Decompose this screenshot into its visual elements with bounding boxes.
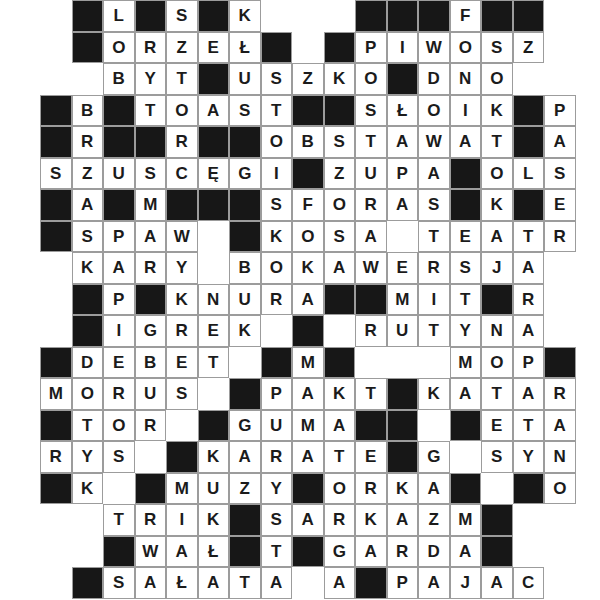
grid-letter-cell[interactable]: A	[198, 95, 230, 127]
grid-block-cell	[513, 126, 545, 158]
grid-letter-cell[interactable]: S	[450, 252, 482, 284]
grid-letter-cell[interactable]: N	[450, 63, 482, 95]
grid-void	[229, 347, 261, 379]
grid-letter-cell[interactable]: M	[40, 378, 72, 410]
grid-letter-cell[interactable]: Y	[513, 441, 545, 473]
grid-letter-cell[interactable]: K	[198, 504, 230, 536]
grid-letter-cell[interactable]: O	[544, 473, 576, 505]
grid-letter-cell[interactable]: U	[198, 473, 230, 505]
grid-letter-cell[interactable]: A	[292, 284, 324, 316]
grid-letter-cell[interactable]: A	[544, 126, 576, 158]
grid-block-cell	[229, 504, 261, 536]
grid-letter-cell[interactable]: J	[450, 567, 482, 599]
grid-letter-cell[interactable]: W	[418, 32, 450, 64]
grid-block-cell	[387, 378, 419, 410]
grid-letter-cell[interactable]: A	[292, 378, 324, 410]
grid-letter-cell[interactable]: P	[103, 221, 135, 253]
grid-letter-cell[interactable]: R	[72, 126, 104, 158]
grid-void	[544, 284, 576, 316]
grid-letter-cell[interactable]: S	[481, 32, 513, 64]
grid-letter-cell[interactable]: O	[355, 63, 387, 95]
grid-block-cell	[292, 158, 324, 190]
grid-letter-cell[interactable]: M	[292, 347, 324, 379]
grid-letter-cell[interactable]: G	[324, 536, 356, 568]
grid-void	[198, 221, 230, 253]
grid-letter-cell[interactable]: T	[481, 378, 513, 410]
grid-letter-cell[interactable]: S	[481, 441, 513, 473]
grid-void	[198, 252, 230, 284]
grid-letter-cell[interactable]: K	[229, 315, 261, 347]
grid-letter-cell[interactable]: E	[198, 315, 230, 347]
grid-void	[40, 252, 72, 284]
grid-void	[544, 32, 576, 64]
grid-letter-cell[interactable]: O	[481, 347, 513, 379]
grid-letter-cell[interactable]: D	[418, 63, 450, 95]
grid-letter-cell[interactable]: U	[355, 158, 387, 190]
grid-letter-cell[interactable]: B	[103, 63, 135, 95]
grid-letter-cell[interactable]: E	[387, 252, 419, 284]
grid-letter-cell[interactable]: Z	[418, 504, 450, 536]
grid-block-cell	[72, 0, 104, 32]
page: LSKFORZEŁPIWOSZBYTUSZKODNOBTOASTSŁOIKPRR…	[0, 0, 600, 600]
grid-block-cell	[324, 95, 356, 127]
grid-block-cell	[387, 410, 419, 442]
grid-letter-cell[interactable]: K	[324, 378, 356, 410]
grid-void	[292, 0, 324, 32]
grid-letter-cell[interactable]: Z	[513, 32, 545, 64]
grid-letter-cell[interactable]: T	[418, 315, 450, 347]
grid-letter-cell[interactable]: E	[450, 221, 482, 253]
grid-letter-cell[interactable]: Z	[292, 63, 324, 95]
grid-letter-cell[interactable]: F	[292, 189, 324, 221]
grid-block-cell	[513, 473, 545, 505]
grid-void	[387, 221, 419, 253]
grid-letter-cell[interactable]: I	[166, 504, 198, 536]
grid-letter-cell[interactable]: Z	[229, 473, 261, 505]
grid-block-cell	[450, 158, 482, 190]
grid-letter-cell[interactable]: T	[513, 221, 545, 253]
grid-void	[544, 504, 576, 536]
grid-letter-cell[interactable]: R	[103, 378, 135, 410]
grid-letter-cell[interactable]: E	[103, 347, 135, 379]
grid-letter-cell[interactable]: K	[229, 0, 261, 32]
grid-void	[324, 315, 356, 347]
grid-void	[40, 315, 72, 347]
grid-void	[355, 347, 387, 379]
grid-letter-cell[interactable]: O	[72, 378, 104, 410]
grid-letter-cell[interactable]: K	[198, 441, 230, 473]
grid-letter-cell[interactable]: M	[450, 504, 482, 536]
grid-letter-cell[interactable]: A	[450, 536, 482, 568]
grid-block-cell	[355, 0, 387, 32]
grid-letter-cell[interactable]: U	[387, 315, 419, 347]
grid-letter-cell[interactable]: A	[450, 378, 482, 410]
grid-void	[166, 410, 198, 442]
grid-void	[513, 63, 545, 95]
grid-void	[544, 315, 576, 347]
grid-letter-cell[interactable]: R	[135, 410, 167, 442]
grid-block-cell	[40, 473, 72, 505]
grid-void	[292, 32, 324, 64]
grid-letter-cell[interactable]: A	[355, 536, 387, 568]
grid-void	[450, 441, 482, 473]
grid-letter-cell[interactable]: O	[481, 63, 513, 95]
grid-letter-cell[interactable]: K	[387, 473, 419, 505]
grid-letter-cell[interactable]: A	[324, 567, 356, 599]
grid-letter-cell[interactable]: O	[450, 32, 482, 64]
grid-block-cell	[40, 410, 72, 442]
grid-letter-cell[interactable]: W	[418, 126, 450, 158]
grid-block-cell	[103, 95, 135, 127]
grid-letter-cell[interactable]: P	[513, 347, 545, 379]
grid-block-cell	[135, 126, 167, 158]
grid-block-cell	[72, 32, 104, 64]
grid-letter-cell[interactable]: U	[103, 158, 135, 190]
grid-letter-cell[interactable]: W	[166, 221, 198, 253]
grid-letter-cell[interactable]: N	[198, 284, 230, 316]
grid-letter-cell[interactable]: G	[229, 410, 261, 442]
grid-letter-cell[interactable]: S	[166, 0, 198, 32]
grid-block-cell	[198, 189, 230, 221]
grid-letter-cell[interactable]: K	[72, 473, 104, 505]
grid-letter-cell[interactable]: W	[355, 252, 387, 284]
grid-block-cell	[481, 0, 513, 32]
grid-letter-cell[interactable]: Y	[166, 252, 198, 284]
grid-block-cell	[103, 126, 135, 158]
grid-letter-cell[interactable]: E	[481, 410, 513, 442]
grid-letter-cell[interactable]: A	[418, 567, 450, 599]
grid-block-cell	[324, 284, 356, 316]
grid-letter-cell[interactable]: I	[450, 95, 482, 127]
grid-void	[481, 473, 513, 505]
grid-letter-cell[interactable]: T	[229, 567, 261, 599]
grid-letter-cell[interactable]: S	[324, 126, 356, 158]
grid-letter-cell[interactable]: S	[418, 189, 450, 221]
grid-block-cell	[450, 410, 482, 442]
grid-letter-cell[interactable]: A	[135, 567, 167, 599]
grid-void	[544, 536, 576, 568]
grid-letter-cell[interactable]: A	[72, 189, 104, 221]
grid-letter-cell[interactable]: W	[135, 536, 167, 568]
grid-letter-cell[interactable]: L	[513, 158, 545, 190]
grid-letter-cell[interactable]: O	[103, 32, 135, 64]
grid-letter-cell[interactable]: U	[229, 284, 261, 316]
grid-letter-cell[interactable]: K	[481, 189, 513, 221]
grid-void	[418, 410, 450, 442]
grid-void	[544, 63, 576, 95]
grid-letter-cell[interactable]: K	[324, 63, 356, 95]
grid-letter-cell[interactable]: E	[198, 32, 230, 64]
grid-void	[72, 536, 104, 568]
grid-void	[103, 473, 135, 505]
grid-letter-cell[interactable]: P	[261, 378, 293, 410]
grid-void	[135, 441, 167, 473]
grid-letter-cell[interactable]: G	[229, 158, 261, 190]
grid-letter-cell[interactable]: A	[166, 536, 198, 568]
grid-letter-cell[interactable]: S	[544, 158, 576, 190]
grid-letter-cell[interactable]: O	[324, 473, 356, 505]
grid-block-cell	[198, 410, 230, 442]
grid-letter-cell[interactable]: Ł	[387, 95, 419, 127]
grid-letter-cell[interactable]: T	[261, 536, 293, 568]
grid-letter-cell[interactable]: O	[261, 252, 293, 284]
grid-letter-cell[interactable]: A	[292, 441, 324, 473]
grid-letter-cell[interactable]: R	[387, 536, 419, 568]
grid-block-cell	[292, 315, 324, 347]
grid-letter-cell[interactable]: I	[387, 32, 419, 64]
grid-letter-cell[interactable]: U	[135, 378, 167, 410]
grid-letter-cell[interactable]: S	[355, 95, 387, 127]
grid-letter-cell[interactable]: C	[513, 567, 545, 599]
grid-block-cell	[198, 0, 230, 32]
grid-letter-cell[interactable]: R	[261, 284, 293, 316]
grid-letter-cell[interactable]: O	[292, 221, 324, 253]
grid-block-cell	[40, 189, 72, 221]
grid-letter-cell[interactable]: A	[450, 126, 482, 158]
grid-letter-cell[interactable]: D	[418, 536, 450, 568]
grid-block-cell	[544, 347, 576, 379]
grid-letter-cell[interactable]: S	[229, 95, 261, 127]
grid-letter-cell[interactable]: R	[513, 284, 545, 316]
grid-letter-cell[interactable]: L	[103, 0, 135, 32]
crossword-grid: LSKFORZEŁPIWOSZBYTUSZKODNOBTOASTSŁOIKPRR…	[40, 0, 576, 599]
grid-letter-cell[interactable]: A	[481, 567, 513, 599]
grid-block-cell	[261, 347, 293, 379]
grid-letter-cell[interactable]: M	[450, 347, 482, 379]
grid-letter-cell[interactable]: Y	[261, 473, 293, 505]
grid-void	[292, 567, 324, 599]
grid-letter-cell[interactable]: P	[387, 158, 419, 190]
grid-block-cell	[40, 221, 72, 253]
grid-letter-cell[interactable]: I	[261, 158, 293, 190]
grid-letter-cell[interactable]: B	[72, 95, 104, 127]
grid-letter-cell[interactable]: Y	[135, 63, 167, 95]
grid-block-cell	[229, 536, 261, 568]
grid-letter-cell[interactable]: D	[72, 347, 104, 379]
grid-block-cell	[40, 126, 72, 158]
grid-letter-cell[interactable]: F	[450, 0, 482, 32]
grid-letter-cell[interactable]: Ł	[166, 567, 198, 599]
grid-block-cell	[324, 32, 356, 64]
grid-block-cell	[387, 63, 419, 95]
grid-letter-cell[interactable]: K	[72, 252, 104, 284]
grid-letter-cell[interactable]: P	[544, 95, 576, 127]
grid-letter-cell[interactable]: A	[513, 252, 545, 284]
grid-letter-cell[interactable]: M	[387, 284, 419, 316]
grid-letter-cell[interactable]: Ł	[198, 536, 230, 568]
grid-letter-cell[interactable]: R	[166, 315, 198, 347]
grid-letter-cell[interactable]: T	[72, 410, 104, 442]
grid-letter-cell[interactable]: R	[355, 473, 387, 505]
grid-letter-cell[interactable]: G	[418, 441, 450, 473]
grid-block-cell	[72, 284, 104, 316]
grid-letter-cell[interactable]: A	[513, 378, 545, 410]
grid-letter-cell[interactable]: B	[229, 252, 261, 284]
grid-letter-cell[interactable]: T	[418, 221, 450, 253]
grid-void	[544, 567, 576, 599]
grid-block-cell	[450, 473, 482, 505]
grid-letter-cell[interactable]: O	[103, 410, 135, 442]
grid-letter-cell[interactable]: Ę	[198, 158, 230, 190]
grid-letter-cell[interactable]: P	[387, 567, 419, 599]
grid-block-cell	[513, 189, 545, 221]
grid-void	[40, 536, 72, 568]
grid-letter-cell[interactable]: S	[103, 441, 135, 473]
grid-letter-cell[interactable]: S	[72, 221, 104, 253]
grid-void	[198, 378, 230, 410]
grid-letter-cell[interactable]: A	[418, 158, 450, 190]
grid-letter-cell[interactable]: R	[135, 32, 167, 64]
grid-void	[40, 284, 72, 316]
grid-letter-cell[interactable]: M	[166, 473, 198, 505]
grid-letter-cell[interactable]: S	[261, 63, 293, 95]
grid-letter-cell[interactable]: A	[292, 504, 324, 536]
grid-block-cell	[72, 315, 104, 347]
grid-void	[544, 0, 576, 32]
grid-letter-cell[interactable]: K	[481, 95, 513, 127]
grid-block-cell	[513, 95, 545, 127]
grid-letter-cell[interactable]: Ł	[229, 32, 261, 64]
grid-letter-cell[interactable]: O	[481, 158, 513, 190]
grid-letter-cell[interactable]: I	[418, 284, 450, 316]
grid-block-cell	[40, 95, 72, 127]
grid-letter-cell[interactable]: M	[292, 410, 324, 442]
grid-letter-cell[interactable]: I	[103, 315, 135, 347]
grid-letter-cell[interactable]: J	[481, 252, 513, 284]
grid-letter-cell[interactable]: K	[355, 504, 387, 536]
grid-letter-cell[interactable]: A	[229, 441, 261, 473]
grid-letter-cell[interactable]: G	[135, 315, 167, 347]
grid-letter-cell[interactable]: T	[324, 441, 356, 473]
grid-letter-cell[interactable]: B	[292, 126, 324, 158]
grid-letter-cell[interactable]: A	[387, 504, 419, 536]
grid-letter-cell[interactable]: R	[261, 441, 293, 473]
grid-letter-cell[interactable]: U	[229, 63, 261, 95]
grid-letter-cell[interactable]: Z	[166, 32, 198, 64]
grid-letter-cell[interactable]: T	[198, 347, 230, 379]
grid-block-cell	[72, 567, 104, 599]
grid-letter-cell[interactable]: A	[261, 567, 293, 599]
grid-letter-cell[interactable]: A	[324, 410, 356, 442]
grid-letter-cell[interactable]: A	[355, 221, 387, 253]
grid-block-cell	[166, 441, 198, 473]
grid-letter-cell[interactable]: Z	[324, 158, 356, 190]
grid-void	[324, 0, 356, 32]
grid-letter-cell[interactable]: A	[418, 473, 450, 505]
grid-block-cell	[166, 189, 198, 221]
grid-letter-cell[interactable]: A	[481, 221, 513, 253]
grid-letter-cell[interactable]: R	[544, 378, 576, 410]
grid-letter-cell[interactable]: A	[324, 252, 356, 284]
grid-block-cell	[513, 0, 545, 32]
grid-letter-cell[interactable]: A	[135, 221, 167, 253]
grid-void	[40, 504, 72, 536]
grid-letter-cell[interactable]: T	[481, 126, 513, 158]
grid-letter-cell[interactable]: A	[513, 315, 545, 347]
grid-letter-cell[interactable]: S	[261, 189, 293, 221]
grid-block-cell	[229, 126, 261, 158]
grid-letter-cell[interactable]: Z	[72, 158, 104, 190]
grid-letter-cell[interactable]: E	[166, 347, 198, 379]
grid-letter-cell[interactable]: K	[261, 221, 293, 253]
grid-letter-cell[interactable]: S	[103, 567, 135, 599]
grid-letter-cell[interactable]: T	[355, 378, 387, 410]
grid-letter-cell[interactable]: T	[103, 504, 135, 536]
grid-letter-cell[interactable]: R	[324, 504, 356, 536]
grid-letter-cell[interactable]: O	[324, 189, 356, 221]
grid-block-cell	[481, 536, 513, 568]
grid-letter-cell[interactable]: Y	[450, 315, 482, 347]
grid-letter-cell[interactable]: K	[418, 378, 450, 410]
grid-block-cell	[135, 473, 167, 505]
grid-letter-cell[interactable]: O	[261, 126, 293, 158]
grid-letter-cell[interactable]: T	[135, 95, 167, 127]
grid-letter-cell[interactable]: R	[544, 221, 576, 253]
grid-letter-cell[interactable]: R	[355, 315, 387, 347]
grid-letter-cell[interactable]: R	[418, 252, 450, 284]
grid-letter-cell[interactable]: A	[387, 189, 419, 221]
grid-letter-cell[interactable]: T	[166, 63, 198, 95]
grid-block-cell	[418, 0, 450, 32]
grid-block-cell	[198, 63, 230, 95]
grid-void	[72, 504, 104, 536]
grid-letter-cell[interactable]: S	[261, 504, 293, 536]
grid-letter-cell[interactable]: M	[135, 189, 167, 221]
grid-letter-cell[interactable]: O	[166, 95, 198, 127]
grid-letter-cell[interactable]: A	[198, 567, 230, 599]
grid-letter-cell[interactable]: T	[450, 284, 482, 316]
grid-letter-cell[interactable]: A	[103, 252, 135, 284]
grid-letter-cell[interactable]: S	[324, 221, 356, 253]
grid-letter-cell[interactable]: E	[355, 441, 387, 473]
grid-letter-cell[interactable]: R	[135, 504, 167, 536]
grid-letter-cell[interactable]: T	[261, 95, 293, 127]
grid-letter-cell[interactable]: S	[135, 158, 167, 190]
grid-block-cell	[198, 126, 230, 158]
grid-letter-cell[interactable]: B	[135, 347, 167, 379]
grid-block-cell	[229, 189, 261, 221]
grid-letter-cell[interactable]: T	[513, 410, 545, 442]
grid-letter-cell[interactable]: R	[135, 252, 167, 284]
grid-block-cell	[292, 536, 324, 568]
grid-letter-cell[interactable]: S	[166, 378, 198, 410]
grid-letter-cell[interactable]: R	[355, 189, 387, 221]
grid-letter-cell[interactable]: K	[292, 252, 324, 284]
grid-block-cell	[103, 189, 135, 221]
grid-void	[544, 252, 576, 284]
grid-block-cell	[387, 0, 419, 32]
grid-letter-cell[interactable]: E	[544, 189, 576, 221]
grid-letter-cell[interactable]: A	[387, 126, 419, 158]
grid-letter-cell[interactable]: P	[355, 32, 387, 64]
grid-void	[40, 0, 72, 32]
grid-letter-cell[interactable]: K	[166, 284, 198, 316]
grid-letter-cell[interactable]: T	[355, 126, 387, 158]
grid-letter-cell[interactable]: R	[166, 126, 198, 158]
grid-letter-cell[interactable]: C	[166, 158, 198, 190]
grid-letter-cell[interactable]: Y	[72, 441, 104, 473]
grid-letter-cell[interactable]: O	[418, 95, 450, 127]
grid-letter-cell[interactable]: P	[103, 284, 135, 316]
grid-letter-cell[interactable]: N	[481, 315, 513, 347]
grid-letter-cell[interactable]: N	[544, 441, 576, 473]
grid-letter-cell[interactable]: S	[40, 158, 72, 190]
grid-block-cell	[229, 378, 261, 410]
grid-letter-cell[interactable]: U	[261, 410, 293, 442]
grid-block-cell	[229, 221, 261, 253]
grid-letter-cell[interactable]: A	[544, 410, 576, 442]
grid-letter-cell[interactable]: R	[40, 441, 72, 473]
